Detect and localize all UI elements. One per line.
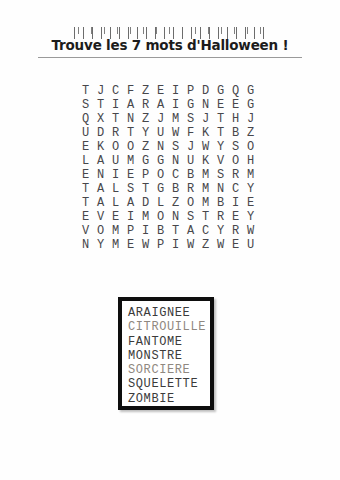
grid-cell-r11c12: W — [243, 224, 258, 238]
grid-cell-r6c3: U — [108, 154, 123, 168]
grid-cell-r1c8: P — [183, 84, 198, 98]
grid-cell-r12c2: Y — [93, 238, 108, 252]
grid-cell-r1c10: G — [213, 84, 228, 98]
grid-cell-r3c7: M — [168, 112, 183, 126]
page-title: Trouve les 7 mots d'Halloween ! — [0, 37, 340, 53]
grid-cell-r10c9: T — [198, 210, 213, 224]
grid-cell-r3c3: T — [108, 112, 123, 126]
grid-cell-r11c10: Y — [213, 224, 228, 238]
grid-cell-r7c5: P — [138, 168, 153, 182]
grid-cell-r11c1: V — [78, 224, 93, 238]
grid-cell-r9c9: M — [198, 196, 213, 210]
grid-cell-r10c12: Y — [243, 210, 258, 224]
grid-cell-r6c10: V — [213, 154, 228, 168]
grid-cell-r3c2: X — [93, 112, 108, 126]
grid-cell-r5c6: N — [153, 140, 168, 154]
grid-cell-r9c7: Z — [168, 196, 183, 210]
grid-cell-r6c7: N — [168, 154, 183, 168]
grid-cell-r8c6: G — [153, 182, 168, 196]
grid-cell-r2c8: G — [183, 98, 198, 112]
grid-cell-r6c4: M — [123, 154, 138, 168]
grid-cell-r4c8: F — [183, 126, 198, 140]
grid-cell-r9c2: A — [93, 196, 108, 210]
grid-cell-r8c4: S — [123, 182, 138, 196]
grid-cell-r11c5: I — [138, 224, 153, 238]
word-list-item: SORCIERE — [128, 363, 210, 377]
grid-cell-r7c6: O — [153, 168, 168, 182]
grid-cell-r10c7: N — [168, 210, 183, 224]
grid-cell-r6c8: U — [183, 154, 198, 168]
grid-cell-r7c12: M — [243, 168, 258, 182]
grid-cell-r3c8: S — [183, 112, 198, 126]
grid-cell-r11c8: A — [183, 224, 198, 238]
grid-cell-r8c8: R — [183, 182, 198, 196]
grid-cell-r12c12: U — [243, 238, 258, 252]
grid-cell-r12c8: W — [183, 238, 198, 252]
grid-cell-r5c12: O — [243, 140, 258, 154]
word-list-item: CITROUILLE — [128, 320, 210, 334]
grid-cell-r2c3: I — [108, 98, 123, 112]
grid-cell-r5c4: O — [123, 140, 138, 154]
grid-cell-r12c9: Z — [198, 238, 213, 252]
grid-cell-r3c1: Q — [78, 112, 93, 126]
grid-cell-r12c3: M — [108, 238, 123, 252]
grid-cell-r1c7: I — [168, 84, 183, 98]
grid-cell-r8c9: M — [198, 182, 213, 196]
word-list: ARAIGNEECITROUILLEFANTOMEMONSTRESORCIERE… — [128, 306, 210, 406]
grid-cell-r2c1: S — [78, 98, 93, 112]
grid-cell-r6c6: G — [153, 154, 168, 168]
grid-cell-r11c6: B — [153, 224, 168, 238]
grid-cell-r11c4: P — [123, 224, 138, 238]
grid-cell-r1c6: E — [153, 84, 168, 98]
grid-cell-r5c5: Z — [138, 140, 153, 154]
grid-cell-r10c1: E — [78, 210, 93, 224]
grid-cell-r4c3: R — [108, 126, 123, 140]
grid-cell-r3c4: N — [123, 112, 138, 126]
grid-cell-r10c6: O — [153, 210, 168, 224]
word-list-box: ARAIGNEECITROUILLEFANTOMEMONSTRESORCIERE… — [118, 297, 214, 410]
grid-cell-r10c5: M — [138, 210, 153, 224]
grid-cell-r11c2: O — [93, 224, 108, 238]
grid-cell-r8c10: N — [213, 182, 228, 196]
grid-cell-r8c2: A — [93, 182, 108, 196]
grid-cell-r2c6: A — [153, 98, 168, 112]
grid-cell-r4c5: Y — [138, 126, 153, 140]
grid-cell-r1c12: G — [243, 84, 258, 98]
grid-cell-r9c1: T — [78, 196, 93, 210]
grid-cell-r4c6: U — [153, 126, 168, 140]
grid-cell-r12c5: W — [138, 238, 153, 252]
grid-cell-r3c12: J — [243, 112, 258, 126]
grid-cell-r3c11: H — [228, 112, 243, 126]
grid-cell-r5c2: K — [93, 140, 108, 154]
grid-cell-r2c5: R — [138, 98, 153, 112]
grid-cell-r4c1: U — [78, 126, 93, 140]
grid-cell-r7c4: E — [123, 168, 138, 182]
grid-cell-r1c3: C — [108, 84, 123, 98]
grid-cell-r2c11: E — [228, 98, 243, 112]
grid-cell-r1c2: J — [93, 84, 108, 98]
grid-cell-r7c2: N — [93, 168, 108, 182]
grid-cell-r9c11: I — [228, 196, 243, 210]
grid-cell-r4c4: T — [123, 126, 138, 140]
grid-cell-r1c4: F — [123, 84, 138, 98]
grid-cell-r5c9: W — [198, 140, 213, 154]
grid-cell-r12c6: P — [153, 238, 168, 252]
grid-cell-r1c1: T — [78, 84, 93, 98]
word-list-item: ZOMBIE — [128, 392, 210, 406]
grid-cell-r11c9: C — [198, 224, 213, 238]
grid-cell-r3c10: T — [213, 112, 228, 126]
grid-cell-r9c6: L — [153, 196, 168, 210]
grid-cell-r4c11: B — [228, 126, 243, 140]
grid-cell-r5c3: O — [108, 140, 123, 154]
grid-cell-r10c3: E — [108, 210, 123, 224]
grid-cell-r2c10: E — [213, 98, 228, 112]
grid-cell-r4c7: W — [168, 126, 183, 140]
grid-cell-r6c9: K — [198, 154, 213, 168]
grid-cell-r7c7: C — [168, 168, 183, 182]
grid-cell-r12c1: N — [78, 238, 93, 252]
grid-cell-r10c10: R — [213, 210, 228, 224]
grid-cell-r12c10: W — [213, 238, 228, 252]
grid-cell-r2c12: G — [243, 98, 258, 112]
grid-cell-r7c3: I — [108, 168, 123, 182]
word-list-item: SQUELETTE — [128, 377, 210, 391]
grid-cell-r10c11: E — [228, 210, 243, 224]
grid-cell-r11c11: R — [228, 224, 243, 238]
grid-cell-r10c2: V — [93, 210, 108, 224]
grid-cell-r9c5: D — [138, 196, 153, 210]
grid-cell-r4c12: Z — [243, 126, 258, 140]
grid-cell-r11c3: M — [108, 224, 123, 238]
grid-cell-r12c7: I — [168, 238, 183, 252]
grid-cell-r4c2: D — [93, 126, 108, 140]
word-list-item: MONSTRE — [128, 349, 210, 363]
grid-cell-r2c2: T — [93, 98, 108, 112]
grid-cell-r1c9: D — [198, 84, 213, 98]
grid-cell-r12c11: E — [228, 238, 243, 252]
grid-cell-r8c7: B — [168, 182, 183, 196]
grid-cell-r9c8: O — [183, 196, 198, 210]
word-search-grid: TJCFZEIPDGQGSTIARAIGNEEGQXTNZJMSJTHJUDRT… — [78, 84, 258, 252]
grid-cell-r5c10: Y — [213, 140, 228, 154]
grid-cell-r6c1: L — [78, 154, 93, 168]
grid-cell-r4c9: K — [198, 126, 213, 140]
grid-cell-r5c7: S — [168, 140, 183, 154]
worksheet-page: Trouve les 7 mots d'Halloween ! TJCFZEIP… — [0, 0, 340, 480]
grid-cell-r12c4: E — [123, 238, 138, 252]
grid-cell-r7c11: R — [228, 168, 243, 182]
grid-cell-r11c7: T — [168, 224, 183, 238]
grid-cell-r8c11: C — [228, 182, 243, 196]
grid-cell-r3c6: J — [153, 112, 168, 126]
grid-cell-r7c10: S — [213, 168, 228, 182]
grid-cell-r6c12: H — [243, 154, 258, 168]
title-underline — [38, 57, 302, 58]
grid-cell-r6c2: A — [93, 154, 108, 168]
grid-cell-r6c5: G — [138, 154, 153, 168]
grid-cell-r2c9: N — [198, 98, 213, 112]
grid-cell-r7c1: E — [78, 168, 93, 182]
grid-cell-r7c8: B — [183, 168, 198, 182]
grid-cell-r5c8: J — [183, 140, 198, 154]
grid-cell-r8c3: L — [108, 182, 123, 196]
grid-cell-r9c3: L — [108, 196, 123, 210]
grid-cell-r5c11: S — [228, 140, 243, 154]
grid-cell-r8c5: T — [138, 182, 153, 196]
grid-cell-r5c1: E — [78, 140, 93, 154]
grid-cell-r6c11: O — [228, 154, 243, 168]
grid-cell-r1c5: Z — [138, 84, 153, 98]
grid-cell-r8c12: Y — [243, 182, 258, 196]
grid-cell-r7c9: M — [198, 168, 213, 182]
grid-cell-r9c4: A — [123, 196, 138, 210]
grid-cell-r2c7: I — [168, 98, 183, 112]
grid-cell-r8c1: T — [78, 182, 93, 196]
grid-cell-r10c4: I — [123, 210, 138, 224]
word-list-item: ARAIGNEE — [128, 306, 210, 320]
grid-cell-r2c4: A — [123, 98, 138, 112]
grid-cell-r9c12: E — [243, 196, 258, 210]
grid-cell-r9c10: B — [213, 196, 228, 210]
grid-cell-r3c5: Z — [138, 112, 153, 126]
grid-cell-r3c9: J — [198, 112, 213, 126]
grid-cell-r10c8: S — [183, 210, 198, 224]
grid-cell-r4c10: T — [213, 126, 228, 140]
word-list-item: FANTOME — [128, 335, 210, 349]
grid-cell-r1c11: Q — [228, 84, 243, 98]
